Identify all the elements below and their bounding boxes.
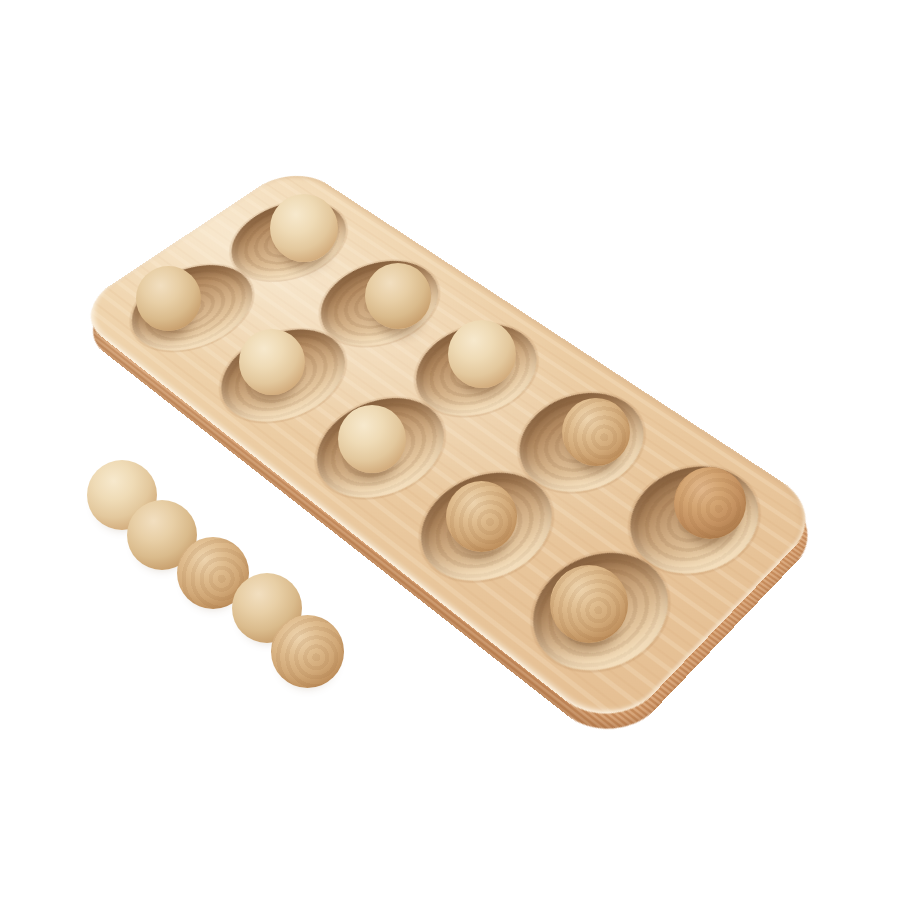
mancala-board: [70, 163, 828, 737]
ball-far-4[interactable]: [562, 398, 630, 466]
ball-far-2[interactable]: [365, 263, 431, 329]
ball-near-2[interactable]: [239, 329, 305, 395]
product-photo: [0, 0, 899, 899]
pit-grid: [70, 163, 828, 737]
ball-near-4[interactable]: [446, 481, 517, 552]
ball-near-5[interactable]: [550, 565, 628, 643]
ball-reserve-5[interactable]: [271, 615, 344, 688]
ball-far-1[interactable]: [270, 194, 338, 262]
ball-near-3[interactable]: [338, 405, 406, 473]
ball-far-3[interactable]: [448, 320, 516, 388]
ball-far-5[interactable]: [674, 467, 746, 539]
ball-near-1[interactable]: [136, 266, 201, 331]
